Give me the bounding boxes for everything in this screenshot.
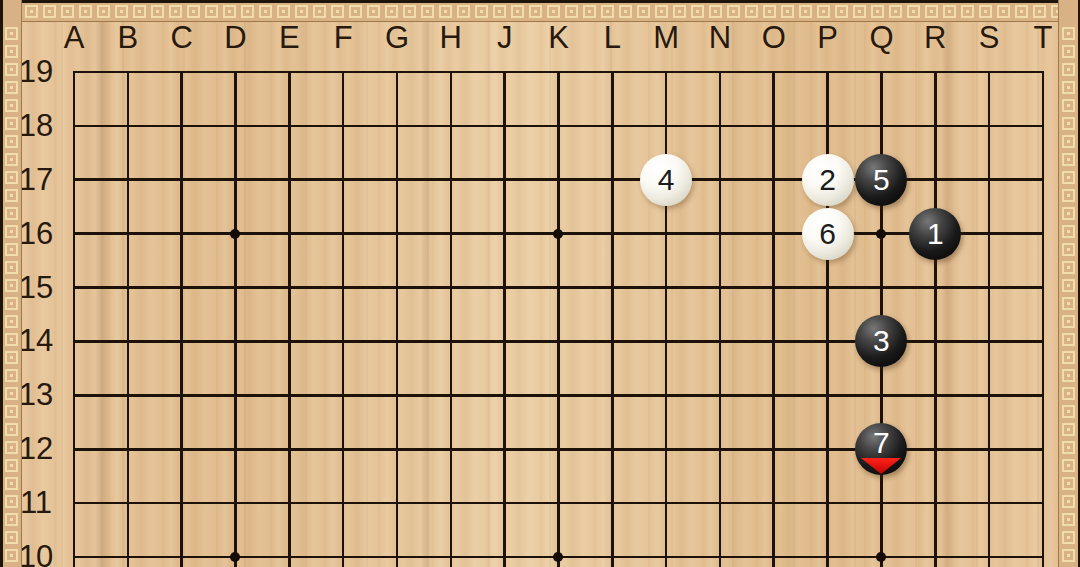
- meander-pattern-tile: [295, 5, 308, 18]
- meander-pattern-tile: [5, 153, 18, 166]
- meander-pattern-tile: [871, 5, 884, 18]
- board-frame-right-meander: [1058, 0, 1080, 567]
- meander-pattern-tile: [5, 477, 18, 490]
- meander-pattern-tile: [1062, 315, 1075, 328]
- meander-pattern-tile: [1062, 423, 1075, 436]
- meander-pattern-tile: [5, 135, 18, 148]
- meander-pattern-tile: [5, 495, 18, 508]
- meander-pattern-tile: [1062, 27, 1075, 40]
- meander-pattern-tile: [889, 5, 902, 18]
- meander-pattern-tile: [961, 5, 974, 18]
- meander-pattern-tile: [1062, 531, 1075, 544]
- meander-pattern-tile: [943, 5, 956, 18]
- meander-pattern-tile: [5, 297, 18, 310]
- meander-pattern-tile: [1062, 477, 1075, 490]
- meander-pattern-tile: [511, 5, 524, 18]
- meander-pattern-tile: [5, 441, 18, 454]
- meander-pattern-tile: [619, 5, 632, 18]
- move-number: 4: [658, 165, 675, 195]
- meander-pattern-tile: [1062, 45, 1075, 58]
- black-stone-Q17[interactable]: 5: [855, 154, 907, 206]
- meander-pattern-tile: [763, 5, 776, 18]
- meander-pattern-tile: [169, 5, 182, 18]
- meander-pattern-tile: [5, 27, 18, 40]
- last-move-marker-red-triangle-icon: [860, 458, 902, 476]
- meander-pattern-tile: [925, 5, 938, 18]
- meander-pattern-tile: [5, 315, 18, 328]
- meander-pattern-tile: [565, 5, 578, 18]
- meander-pattern-tile: [727, 5, 740, 18]
- meander-pattern-tile: [241, 5, 254, 18]
- meander-pattern-tile: [97, 5, 110, 18]
- meander-pattern-tile: [5, 423, 18, 436]
- meander-pattern-tile: [1062, 369, 1075, 382]
- meander-pattern-tile: [43, 5, 56, 18]
- meander-pattern-tile: [5, 63, 18, 76]
- meander-pattern-tile: [223, 5, 236, 18]
- meander-pattern-tile: [5, 117, 18, 130]
- meander-pattern-tile: [475, 5, 488, 18]
- board-surface[interactable]: [22, 22, 1058, 567]
- meander-pattern-tile: [1015, 5, 1028, 18]
- meander-pattern-tile: [637, 5, 650, 18]
- meander-pattern-tile: [5, 387, 18, 400]
- go-board-screen: ABCDEFGHJKLMNOPQRST19181716151413121110 …: [0, 0, 1080, 567]
- meander-pattern-tile: [61, 5, 74, 18]
- meander-pattern-tile: [1062, 405, 1075, 418]
- meander-pattern-tile: [1062, 207, 1075, 220]
- meander-pattern-tile: [493, 5, 506, 18]
- meander-pattern-tile: [5, 279, 18, 292]
- board-frame-left-meander: [0, 0, 22, 567]
- meander-pattern-tile: [331, 5, 344, 18]
- meander-pattern-tile: [349, 5, 362, 18]
- meander-pattern-tile: [1062, 81, 1075, 94]
- meander-pattern-tile: [853, 5, 866, 18]
- meander-pattern-tile: [5, 405, 18, 418]
- meander-pattern-tile: [205, 5, 218, 18]
- meander-pattern-tile: [259, 5, 272, 18]
- meander-pattern-tile: [997, 5, 1010, 18]
- meander-pattern-tile: [313, 5, 326, 18]
- meander-pattern-tile: [187, 5, 200, 18]
- meander-pattern-tile: [529, 5, 542, 18]
- meander-pattern-tile: [1062, 99, 1075, 112]
- meander-pattern-tile: [601, 5, 614, 18]
- meander-pattern-tile: [115, 5, 128, 18]
- meander-pattern-tile: [1062, 243, 1075, 256]
- meander-pattern-tile: [79, 5, 92, 18]
- meander-pattern-tile: [907, 5, 920, 18]
- meander-pattern-tile: [1062, 63, 1075, 76]
- white-stone-P16[interactable]: 6: [802, 208, 854, 260]
- meander-pattern-tile: [1062, 261, 1075, 274]
- meander-pattern-tile: [5, 243, 18, 256]
- meander-pattern-tile: [5, 99, 18, 112]
- meander-pattern-tile: [5, 225, 18, 238]
- white-stone-P17[interactable]: 2: [802, 154, 854, 206]
- meander-pattern-tile: [25, 5, 38, 18]
- meander-pattern-tile: [799, 5, 812, 18]
- meander-pattern-tile: [1062, 171, 1075, 184]
- move-number: 5: [873, 165, 890, 195]
- meander-pattern-tile: [547, 5, 560, 18]
- meander-pattern-tile: [745, 5, 758, 18]
- meander-pattern-tile: [5, 513, 18, 526]
- white-stone-M17[interactable]: 4: [640, 154, 692, 206]
- meander-pattern-tile: [1062, 135, 1075, 148]
- meander-pattern-tile: [5, 333, 18, 346]
- meander-pattern-tile: [979, 5, 992, 18]
- meander-pattern-tile: [1062, 549, 1075, 562]
- meander-pattern-tile: [1062, 513, 1075, 526]
- meander-pattern-tile: [439, 5, 452, 18]
- meander-pattern-tile: [1033, 5, 1046, 18]
- meander-pattern-tile: [1062, 351, 1075, 364]
- meander-pattern-tile: [403, 5, 416, 18]
- meander-pattern-tile: [1062, 297, 1075, 310]
- meander-pattern-tile: [817, 5, 830, 18]
- meander-pattern-tile: [5, 549, 18, 562]
- black-stone-R16[interactable]: 1: [909, 208, 961, 260]
- meander-pattern-tile: [1062, 189, 1075, 202]
- meander-pattern-tile: [691, 5, 704, 18]
- meander-pattern-tile: [5, 45, 18, 58]
- meander-pattern-tile: [385, 5, 398, 18]
- meander-pattern-tile: [5, 207, 18, 220]
- move-number: 2: [819, 165, 836, 195]
- meander-pattern-tile: [5, 189, 18, 202]
- meander-pattern-tile: [673, 5, 686, 18]
- meander-pattern-tile: [781, 5, 794, 18]
- black-stone-Q14[interactable]: 3: [855, 315, 907, 367]
- meander-pattern-tile: [1062, 279, 1075, 292]
- meander-pattern-tile: [1062, 153, 1075, 166]
- move-number: 1: [927, 219, 944, 249]
- meander-pattern-tile: [583, 5, 596, 18]
- meander-pattern-tile: [1062, 225, 1075, 238]
- meander-pattern-tile: [1062, 495, 1075, 508]
- meander-pattern-tile: [5, 459, 18, 472]
- board-frame-top-meander: [0, 0, 1080, 22]
- move-number: 7: [873, 428, 890, 458]
- meander-pattern-tile: [5, 171, 18, 184]
- meander-pattern-tile: [655, 5, 668, 18]
- meander-pattern-tile: [5, 261, 18, 274]
- meander-pattern-tile: [5, 369, 18, 382]
- meander-pattern-tile: [277, 5, 290, 18]
- move-number: 3: [873, 326, 890, 356]
- meander-pattern-tile: [1062, 441, 1075, 454]
- meander-pattern-tile: [709, 5, 722, 18]
- move-number: 6: [819, 219, 836, 249]
- meander-pattern-tile: [1062, 387, 1075, 400]
- meander-pattern-tile: [151, 5, 164, 18]
- meander-pattern-tile: [1062, 333, 1075, 346]
- meander-pattern-tile: [367, 5, 380, 18]
- meander-pattern-tile: [133, 5, 146, 18]
- meander-pattern-tile: [5, 81, 18, 94]
- meander-pattern-tile: [1062, 459, 1075, 472]
- meander-pattern-tile: [5, 351, 18, 364]
- meander-pattern-tile: [421, 5, 434, 18]
- black-stone-Q12[interactable]: 7: [855, 423, 907, 475]
- meander-pattern-tile: [835, 5, 848, 18]
- meander-pattern-tile: [457, 5, 470, 18]
- meander-pattern-tile: [1062, 117, 1075, 130]
- meander-pattern-tile: [5, 531, 18, 544]
